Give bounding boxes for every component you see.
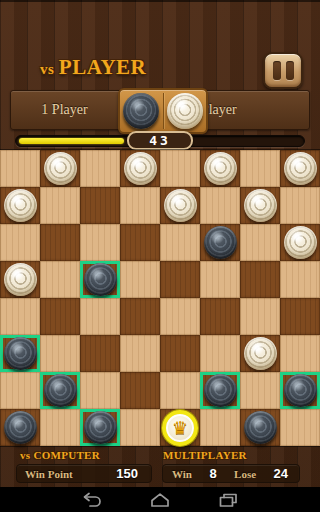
square-r3c5 [200,261,240,298]
square-r2c0 [0,224,40,261]
player1-piece-icon [123,93,159,129]
square-r4c3[interactable] [120,298,160,335]
square-r3c2[interactable] [80,261,120,298]
title-prefix: vs [40,61,54,77]
square-r7c5 [200,409,240,446]
square-r4c2 [80,298,120,335]
square-r7c6[interactable] [240,409,280,446]
timer-progress-fill [19,138,124,144]
android-nav-bar [0,487,320,512]
square-r0c2 [80,150,120,187]
white-piece[interactable] [244,337,277,370]
game-screen: vs PLAYER 1 Player 2 Player 43 ♛ vs COMP… [0,0,320,512]
back-icon[interactable] [80,492,104,508]
player2-piece-icon [167,93,203,129]
square-r1c7 [280,187,320,224]
crown-icon: ♛ [172,419,188,437]
square-r0c5[interactable] [200,150,240,187]
player2-piece-slot [164,93,207,129]
white-piece[interactable] [164,189,197,222]
square-r4c4 [160,298,200,335]
black-piece[interactable] [44,374,77,407]
square-r4c5[interactable] [200,298,240,335]
square-r5c3 [120,335,160,372]
square-r6c0 [0,372,40,409]
page-title: vs PLAYER [40,54,146,82]
square-r7c3 [120,409,160,446]
win-point-box: Win Point 150 [16,464,152,483]
square-r5c4[interactable] [160,335,200,372]
white-piece[interactable] [204,152,237,185]
square-r4c0 [0,298,40,335]
square-r1c4[interactable] [160,187,200,224]
square-r5c0[interactable] [0,335,40,372]
square-r4c7[interactable] [280,298,320,335]
square-r7c4[interactable]: ♛ [160,409,200,446]
win-value: 8 [209,466,216,481]
black-piece[interactable] [4,337,37,370]
black-piece[interactable] [204,374,237,407]
square-r6c5[interactable] [200,372,240,409]
square-r3c3 [120,261,160,298]
player1-piece-slot [120,93,164,129]
square-r0c6 [240,150,280,187]
square-r3c0[interactable] [0,261,40,298]
square-r2c5[interactable] [200,224,240,261]
black-piece[interactable] [244,411,277,444]
win-label: Win [172,468,192,480]
square-r7c7 [280,409,320,446]
vs-computer-label: vs COMPUTER [20,449,100,461]
timer-value: 43 [127,131,193,150]
square-r0c4 [160,150,200,187]
square-r3c4[interactable] [160,261,200,298]
square-r1c0[interactable] [0,187,40,224]
player1-label: 1 Player [11,102,118,118]
square-r7c1 [40,409,80,446]
white-piece[interactable] [284,226,317,259]
square-r6c6 [240,372,280,409]
square-r6c7[interactable] [280,372,320,409]
square-r5c5 [200,335,240,372]
multiplayer-label: MULTIPLAYER [163,449,247,461]
white-king-piece[interactable]: ♛ [162,410,198,446]
lose-value: 24 [274,466,288,481]
pause-icon [273,61,281,80]
title-main: PLAYER [59,55,146,79]
square-r0c0 [0,150,40,187]
square-r3c1 [40,261,80,298]
board: ♛ [0,150,320,446]
win-point-label: Win Point [25,468,73,480]
square-r5c2[interactable] [80,335,120,372]
square-r4c6 [240,298,280,335]
square-r2c2 [80,224,120,261]
multiplayer-stats-box: Win 8 Lose 24 [162,464,300,483]
square-r5c6[interactable] [240,335,280,372]
square-r7c2[interactable] [80,409,120,446]
white-piece[interactable] [124,152,157,185]
square-r1c6[interactable] [240,187,280,224]
pause-icon [286,61,294,80]
square-r5c7 [280,335,320,372]
square-r2c1[interactable] [40,224,80,261]
white-piece[interactable] [4,263,37,296]
lose-label: Lose [234,468,256,480]
square-r6c1[interactable] [40,372,80,409]
square-r5c1 [40,335,80,372]
black-piece[interactable] [84,411,117,444]
square-r6c4 [160,372,200,409]
black-piece[interactable] [4,411,37,444]
black-piece[interactable] [284,374,317,407]
square-r2c7[interactable] [280,224,320,261]
white-piece[interactable] [44,152,77,185]
square-r6c3[interactable] [120,372,160,409]
square-r1c1 [40,187,80,224]
square-r0c3[interactable] [120,150,160,187]
win-point-value: 150 [116,466,138,481]
square-r0c7[interactable] [280,150,320,187]
square-r4c1[interactable] [40,298,80,335]
black-piece[interactable] [84,263,117,296]
white-piece[interactable] [284,152,317,185]
home-icon[interactable] [148,492,172,508]
white-piece[interactable] [244,189,277,222]
black-piece[interactable] [204,226,237,259]
square-r1c2[interactable] [80,187,120,224]
square-r3c7 [280,261,320,298]
square-r6c2 [80,372,120,409]
square-r1c3 [120,187,160,224]
square-r2c4 [160,224,200,261]
recent-apps-icon[interactable] [216,492,240,508]
square-r2c6 [240,224,280,261]
white-piece[interactable] [4,189,37,222]
square-r1c5 [200,187,240,224]
piece-color-selector [118,88,208,134]
square-r2c3[interactable] [120,224,160,261]
square-r3c6[interactable] [240,261,280,298]
square-r7c0[interactable] [0,409,40,446]
pause-button[interactable] [263,52,303,89]
square-r0c1[interactable] [40,150,80,187]
player-bar: 1 Player 2 Player [10,90,310,130]
